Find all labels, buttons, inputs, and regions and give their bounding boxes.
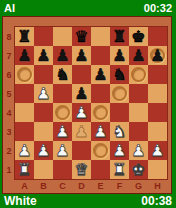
square-d4[interactable]: ♟: [72, 103, 91, 122]
piece-white-pawn-e3[interactable]: ♟: [91, 122, 110, 141]
square-f8[interactable]: ♜: [110, 27, 129, 46]
player-clock: 00:38: [141, 194, 172, 208]
square-g4[interactable]: [129, 103, 148, 122]
file-label-E: E: [91, 179, 110, 192]
square-b2[interactable]: ♟: [34, 141, 53, 160]
square-a1[interactable]: ♜: [15, 160, 34, 179]
ghost-white-pawn-d3: ♟: [72, 122, 91, 141]
piece-white-knight-f3[interactable]: ♞: [110, 122, 129, 141]
move-marker-g6: [131, 67, 146, 82]
rank-label-5: 5: [3, 84, 15, 103]
file-label-G: G: [129, 179, 148, 192]
move-marker-c4: [55, 105, 70, 120]
file-label-D: D: [72, 179, 91, 192]
square-e1[interactable]: [91, 160, 110, 179]
square-h5[interactable]: [148, 84, 167, 103]
square-f2[interactable]: ♟: [110, 141, 129, 160]
piece-white-rook-a1[interactable]: ♜: [15, 160, 34, 179]
file-label-F: F: [110, 179, 129, 192]
piece-black-pawn-h7[interactable]: ♟: [148, 46, 167, 65]
rank-label-3: 3: [3, 122, 15, 141]
square-b4[interactable]: [34, 103, 53, 122]
top-status-bar: AI 00:32: [0, 0, 176, 15]
square-a8[interactable]: ♜: [15, 27, 34, 46]
square-c4[interactable]: [53, 103, 72, 122]
rank-label-6: 6: [3, 65, 15, 84]
square-b6[interactable]: [34, 65, 53, 84]
move-marker-e2: [93, 143, 108, 158]
square-a3[interactable]: [15, 122, 34, 141]
piece-white-pawn-h2[interactable]: ♟: [148, 141, 167, 160]
square-a4[interactable]: [15, 103, 34, 122]
piece-black-queen-d8[interactable]: ♛: [72, 27, 91, 46]
chess-board[interactable]: ♜♛♜♚♟♟♟♟♟♟♟♞♟♞♟♟♟♟♟♟♞♟♟♟♟♟♟♜♛♜♚: [15, 27, 167, 179]
piece-white-pawn-d4[interactable]: ♟: [72, 103, 91, 122]
file-label-A: A: [15, 179, 34, 192]
square-d8[interactable]: ♛: [72, 27, 91, 46]
square-h4[interactable]: [148, 103, 167, 122]
move-marker-f5: [112, 86, 127, 101]
square-g2[interactable]: ♟: [129, 141, 148, 160]
player-name-label: White: [4, 194, 37, 208]
piece-black-king-g8[interactable]: ♚: [129, 27, 148, 46]
piece-black-pawn-c7[interactable]: ♟: [53, 46, 72, 65]
square-b7[interactable]: ♟: [34, 46, 53, 65]
square-e6[interactable]: ♟: [91, 65, 110, 84]
square-c1[interactable]: [53, 160, 72, 179]
square-c2[interactable]: ♟: [53, 141, 72, 160]
rank-label-1: 1: [3, 160, 15, 179]
file-label-H: H: [148, 179, 167, 192]
square-e4[interactable]: [91, 103, 110, 122]
opponent-clock: 00:32: [144, 2, 172, 14]
piece-black-pawn-d7[interactable]: ♟: [72, 46, 91, 65]
piece-black-pawn-a7[interactable]: ♟: [15, 46, 34, 65]
square-h7[interactable]: ♟: [148, 46, 167, 65]
square-e7[interactable]: [91, 46, 110, 65]
square-f3[interactable]: ♞: [110, 122, 129, 141]
piece-white-king-g1[interactable]: ♚: [129, 160, 148, 179]
square-h6[interactable]: [148, 65, 167, 84]
chess-board-frame: 87654321 ♜♛♜♚♟♟♟♟♟♟♟♞♟♞♟♟♟♟♟♟♞♟♟♟♟♟♟♜♛♜♚…: [2, 16, 172, 194]
square-f4[interactable]: [110, 103, 129, 122]
square-g8[interactable]: ♚: [129, 27, 148, 46]
square-b5[interactable]: ♟: [34, 84, 53, 103]
rank-label-2: 2: [3, 141, 15, 160]
piece-white-pawn-c3[interactable]: ♟: [53, 122, 72, 141]
chess-app-screen: AI 00:32 87654321 ♜♛♜♚♟♟♟♟♟♟♟♞♟♞♟♟♟♟♟♟♞♟…: [0, 0, 176, 208]
square-a7[interactable]: ♟: [15, 46, 34, 65]
file-label-C: C: [53, 179, 72, 192]
square-g7[interactable]: ♟: [129, 46, 148, 65]
bottom-status-bar: White 00:38: [0, 194, 176, 208]
piece-black-pawn-f7[interactable]: ♟: [110, 46, 129, 65]
square-g1[interactable]: ♚: [129, 160, 148, 179]
square-b1[interactable]: [34, 160, 53, 179]
square-h1[interactable]: [148, 160, 167, 179]
square-c6[interactable]: ♞: [53, 65, 72, 84]
square-e5[interactable]: [91, 84, 110, 103]
piece-black-pawn-g7[interactable]: ♟: [129, 46, 148, 65]
square-g5[interactable]: [129, 84, 148, 103]
square-d6[interactable]: [72, 65, 91, 84]
rank-label-7: 7: [3, 46, 15, 65]
square-a6[interactable]: [15, 65, 34, 84]
square-c8[interactable]: [53, 27, 72, 46]
piece-black-rook-a8[interactable]: ♜: [15, 27, 34, 46]
square-e3[interactable]: ♟: [91, 122, 110, 141]
square-d5[interactable]: ♟: [72, 84, 91, 103]
opponent-name-label: AI: [4, 2, 15, 14]
square-d3[interactable]: ♟: [72, 122, 91, 141]
square-f1[interactable]: ♜: [110, 160, 129, 179]
piece-black-pawn-e6[interactable]: ♟: [91, 65, 110, 84]
square-d7[interactable]: ♟: [72, 46, 91, 65]
piece-white-rook-f1[interactable]: ♜: [110, 160, 129, 179]
square-b8[interactable]: [34, 27, 53, 46]
piece-white-pawn-b5[interactable]: ♟: [34, 84, 53, 103]
square-g6[interactable]: [129, 65, 148, 84]
rank-label-4: 4: [3, 103, 15, 122]
piece-black-knight-c6[interactable]: ♞: [53, 65, 72, 84]
square-e2[interactable]: [91, 141, 110, 160]
piece-white-pawn-g2[interactable]: ♟: [129, 141, 148, 160]
square-f7[interactable]: ♟: [110, 46, 129, 65]
file-labels: ABCDEFGH: [15, 179, 167, 192]
piece-white-pawn-f2[interactable]: ♟: [110, 141, 129, 160]
square-c3[interactable]: ♟: [53, 122, 72, 141]
piece-black-rook-f8[interactable]: ♜: [110, 27, 129, 46]
move-marker-a6: [17, 67, 32, 82]
rank-label-8: 8: [3, 27, 15, 46]
square-e8[interactable]: [91, 27, 110, 46]
square-d2[interactable]: [72, 141, 91, 160]
square-f5[interactable]: [110, 84, 129, 103]
square-c5[interactable]: [53, 84, 72, 103]
square-g3[interactable]: [129, 122, 148, 141]
piece-black-pawn-b7[interactable]: ♟: [34, 46, 53, 65]
piece-white-queen-d1[interactable]: ♛: [72, 160, 91, 179]
square-a5[interactable]: [15, 84, 34, 103]
rank-labels: 87654321: [3, 27, 15, 179]
piece-white-pawn-c2[interactable]: ♟: [53, 141, 72, 160]
square-d1[interactable]: ♛: [72, 160, 91, 179]
piece-white-pawn-a2[interactable]: ♟: [15, 141, 34, 160]
move-marker-e4: [93, 105, 108, 120]
square-a2[interactable]: ♟: [15, 141, 34, 160]
piece-white-pawn-b2[interactable]: ♟: [34, 141, 53, 160]
square-b3[interactable]: [34, 122, 53, 141]
square-h3[interactable]: [148, 122, 167, 141]
square-f6[interactable]: ♞: [110, 65, 129, 84]
file-label-B: B: [34, 179, 53, 192]
square-h8[interactable]: [148, 27, 167, 46]
piece-black-pawn-d5[interactable]: ♟: [72, 84, 91, 103]
square-h2[interactable]: ♟: [148, 141, 167, 160]
piece-black-knight-f6[interactable]: ♞: [110, 65, 129, 84]
square-c7[interactable]: ♟: [53, 46, 72, 65]
